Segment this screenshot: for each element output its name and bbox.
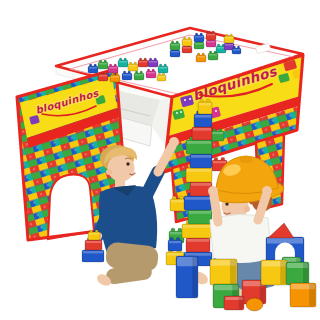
scene-canvas: bloquinhos bloquinhos [0,0,320,320]
toy-block [210,259,237,285]
toy-block [224,34,234,43]
toy-block [176,256,198,298]
product-photo: bloquinhos bloquinhos [0,0,320,320]
left-child [87,137,180,288]
right-child-ear [244,206,250,212]
right-child-left-hand [208,186,218,196]
right-child-right-hand [262,186,272,196]
hard-hat-ridge [240,156,252,163]
toy-block [286,262,309,285]
toy-block [261,260,287,285]
toy-block [290,283,316,307]
left-child-hand-raised [169,137,179,147]
toy-block [246,298,263,311]
toy-block [224,296,244,310]
left-child-eye [126,162,129,165]
left-child-ear [106,169,112,175]
right-child-left-arm [214,196,218,222]
toy-block [268,223,294,238]
side-panel-arch-cutout [48,175,94,239]
